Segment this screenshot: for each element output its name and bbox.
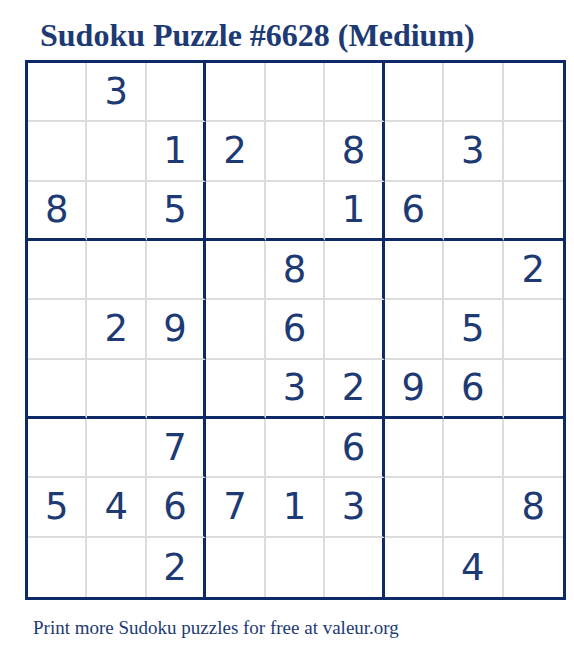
cell-r8c5: 1 bbox=[266, 478, 325, 537]
cell-r7c7[interactable] bbox=[385, 419, 444, 478]
sudoku-page: { "game": "sudoku", "title": "Sudoku Puz… bbox=[0, 0, 574, 651]
cell-r3c5[interactable] bbox=[266, 182, 325, 241]
page-title: Sudoku Puzzle #6628 (Medium) bbox=[40, 18, 475, 52]
cell-r8c9: 8 bbox=[504, 478, 563, 537]
cell-r3c7: 6 bbox=[385, 182, 444, 241]
cell-r6c2[interactable] bbox=[87, 360, 146, 419]
sudoku-board: 312838516822965329676546713824 bbox=[25, 60, 566, 600]
cell-r2c1[interactable] bbox=[28, 122, 87, 181]
cell-r6c7: 9 bbox=[385, 360, 444, 419]
cell-r2c8: 3 bbox=[444, 122, 503, 181]
cell-r3c6: 1 bbox=[325, 182, 384, 241]
cell-r6c4[interactable] bbox=[206, 360, 265, 419]
cell-r1c2: 3 bbox=[87, 63, 146, 122]
cell-r1c4[interactable] bbox=[206, 63, 265, 122]
cell-r9c6[interactable] bbox=[325, 538, 384, 597]
cell-r6c9[interactable] bbox=[504, 360, 563, 419]
cell-r4c5: 8 bbox=[266, 241, 325, 300]
cell-r3c2[interactable] bbox=[87, 182, 146, 241]
cell-r8c6: 3 bbox=[325, 478, 384, 537]
cell-r3c9[interactable] bbox=[504, 182, 563, 241]
cell-r8c7[interactable] bbox=[385, 478, 444, 537]
cell-r5c5: 6 bbox=[266, 300, 325, 359]
cell-r9c4[interactable] bbox=[206, 538, 265, 597]
cell-r4c1[interactable] bbox=[28, 241, 87, 300]
cell-r8c2: 4 bbox=[87, 478, 146, 537]
cell-r5c6[interactable] bbox=[325, 300, 384, 359]
cell-r3c1: 8 bbox=[28, 182, 87, 241]
cell-r5c2: 2 bbox=[87, 300, 146, 359]
cell-r4c7[interactable] bbox=[385, 241, 444, 300]
cell-r6c8: 6 bbox=[444, 360, 503, 419]
cell-r8c3: 6 bbox=[147, 478, 206, 537]
cell-r7c4[interactable] bbox=[206, 419, 265, 478]
cell-r9c8: 4 bbox=[444, 538, 503, 597]
cell-r2c2[interactable] bbox=[87, 122, 146, 181]
cell-r1c6[interactable] bbox=[325, 63, 384, 122]
cell-r8c4: 7 bbox=[206, 478, 265, 537]
cell-r1c8[interactable] bbox=[444, 63, 503, 122]
cell-r4c6[interactable] bbox=[325, 241, 384, 300]
cell-r2c6: 8 bbox=[325, 122, 384, 181]
cell-r9c1[interactable] bbox=[28, 538, 87, 597]
cell-r7c2[interactable] bbox=[87, 419, 146, 478]
cell-r1c7[interactable] bbox=[385, 63, 444, 122]
cell-r4c8[interactable] bbox=[444, 241, 503, 300]
cell-r7c1[interactable] bbox=[28, 419, 87, 478]
cell-r5c9[interactable] bbox=[504, 300, 563, 359]
cell-r3c3: 5 bbox=[147, 182, 206, 241]
cell-r9c7[interactable] bbox=[385, 538, 444, 597]
cell-r9c3: 2 bbox=[147, 538, 206, 597]
cell-r5c4[interactable] bbox=[206, 300, 265, 359]
cell-r6c5: 3 bbox=[266, 360, 325, 419]
footer-text: Print more Sudoku puzzles for free at va… bbox=[33, 617, 399, 639]
cell-r7c9[interactable] bbox=[504, 419, 563, 478]
cell-r4c4[interactable] bbox=[206, 241, 265, 300]
cell-r8c8[interactable] bbox=[444, 478, 503, 537]
cell-r4c9: 2 bbox=[504, 241, 563, 300]
cell-r7c6: 6 bbox=[325, 419, 384, 478]
cell-r4c2[interactable] bbox=[87, 241, 146, 300]
cell-r5c8: 5 bbox=[444, 300, 503, 359]
cell-r3c8[interactable] bbox=[444, 182, 503, 241]
cell-r9c5[interactable] bbox=[266, 538, 325, 597]
cell-r7c3: 7 bbox=[147, 419, 206, 478]
cell-r9c9[interactable] bbox=[504, 538, 563, 597]
cell-r1c1[interactable] bbox=[28, 63, 87, 122]
cell-r2c9[interactable] bbox=[504, 122, 563, 181]
cell-r9c2[interactable] bbox=[87, 538, 146, 597]
cell-r5c3: 9 bbox=[147, 300, 206, 359]
cell-r5c7[interactable] bbox=[385, 300, 444, 359]
cell-r1c5[interactable] bbox=[266, 63, 325, 122]
cell-r6c3[interactable] bbox=[147, 360, 206, 419]
cell-r3c4[interactable] bbox=[206, 182, 265, 241]
cell-r1c3[interactable] bbox=[147, 63, 206, 122]
cell-r6c1[interactable] bbox=[28, 360, 87, 419]
cell-r8c1: 5 bbox=[28, 478, 87, 537]
cell-r2c4: 2 bbox=[206, 122, 265, 181]
cell-r2c7[interactable] bbox=[385, 122, 444, 181]
cell-r6c6: 2 bbox=[325, 360, 384, 419]
cell-r4c3[interactable] bbox=[147, 241, 206, 300]
cell-r7c5[interactable] bbox=[266, 419, 325, 478]
cell-r5c1[interactable] bbox=[28, 300, 87, 359]
cell-r7c8[interactable] bbox=[444, 419, 503, 478]
cell-r2c3: 1 bbox=[147, 122, 206, 181]
cell-r2c5[interactable] bbox=[266, 122, 325, 181]
cell-r1c9[interactable] bbox=[504, 63, 563, 122]
